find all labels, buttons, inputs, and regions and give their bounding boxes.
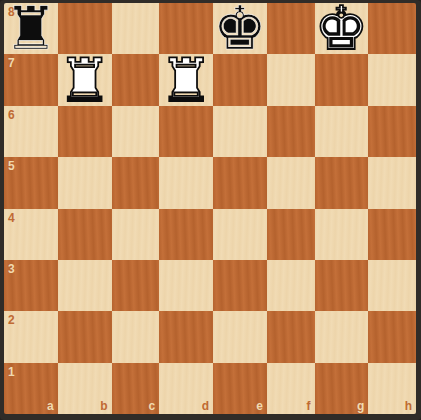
square-b3[interactable] [58,260,112,311]
square-b4[interactable] [58,209,112,260]
piece-black-king-e8[interactable]: ♚ [213,3,267,54]
square-h7[interactable] [368,54,416,105]
piece-white-king-g8[interactable]: ♚ [315,3,369,54]
square-e6[interactable] [213,106,267,157]
rank-label-3: 3 [8,263,15,275]
square-f6[interactable] [267,106,315,157]
square-d2[interactable] [159,311,213,362]
square-e8[interactable]: ♚ [213,3,267,54]
square-g5[interactable] [315,157,369,208]
square-d5[interactable] [159,157,213,208]
square-a3[interactable]: 3 [4,260,58,311]
square-c4[interactable] [112,209,160,260]
square-c3[interactable] [112,260,160,311]
square-f7[interactable] [267,54,315,105]
square-b2[interactable] [58,311,112,362]
square-e2[interactable] [213,311,267,362]
square-e5[interactable] [213,157,267,208]
square-g8[interactable]: ♚ [315,3,369,54]
square-h2[interactable] [368,311,416,362]
file-label-f: f [307,400,311,412]
square-a4[interactable]: 4 [4,209,58,260]
square-g4[interactable] [315,209,369,260]
rank-label-5: 5 [8,160,15,172]
file-label-a: a [47,400,54,412]
square-a1[interactable]: 1a [4,363,58,414]
piece-black-rook-a8[interactable]: ♜ [4,3,58,54]
square-a8[interactable]: 8♜ [4,3,58,54]
piece-white-rook-b7[interactable]: ♜ [58,55,112,106]
rank-label-4: 4 [8,212,15,224]
square-f2[interactable] [267,311,315,362]
square-b7[interactable]: ♜ [58,54,112,105]
square-c8[interactable] [112,3,160,54]
file-label-d: d [202,400,209,412]
square-d4[interactable] [159,209,213,260]
square-e3[interactable] [213,260,267,311]
square-c1[interactable]: c [112,363,160,414]
square-b5[interactable] [58,157,112,208]
rank-label-6: 6 [8,109,15,121]
square-c5[interactable] [112,157,160,208]
file-label-c: c [149,400,156,412]
square-e4[interactable] [213,209,267,260]
file-label-e: e [256,400,263,412]
rank-label-2: 2 [8,314,15,326]
square-d7[interactable]: ♜ [159,54,213,105]
chess-app-window: 8♜♚♚7♜♜654321abcdefgh [0,0,421,420]
square-h1[interactable]: h [368,363,416,414]
square-f3[interactable] [267,260,315,311]
chess-board: 8♜♚♚7♜♜654321abcdefgh [4,3,416,414]
file-label-g: g [357,400,364,412]
square-d3[interactable] [159,260,213,311]
square-g6[interactable] [315,106,369,157]
piece-white-rook-d7[interactable]: ♜ [159,55,213,106]
square-h3[interactable] [368,260,416,311]
square-g3[interactable] [315,260,369,311]
square-b1[interactable]: b [58,363,112,414]
square-f1[interactable]: f [267,363,315,414]
square-h5[interactable] [368,157,416,208]
square-g1[interactable]: g [315,363,369,414]
square-h8[interactable] [368,3,416,54]
square-f5[interactable] [267,157,315,208]
square-e1[interactable]: e [213,363,267,414]
square-a5[interactable]: 5 [4,157,58,208]
square-c6[interactable] [112,106,160,157]
square-a2[interactable]: 2 [4,311,58,362]
square-d1[interactable]: d [159,363,213,414]
square-h6[interactable] [368,106,416,157]
square-f4[interactable] [267,209,315,260]
square-h4[interactable] [368,209,416,260]
file-label-h: h [405,400,412,412]
rank-label-1: 1 [8,366,15,378]
square-c2[interactable] [112,311,160,362]
square-g2[interactable] [315,311,369,362]
square-a6[interactable]: 6 [4,106,58,157]
square-c7[interactable] [112,54,160,105]
square-f8[interactable] [267,3,315,54]
file-label-b: b [100,400,107,412]
